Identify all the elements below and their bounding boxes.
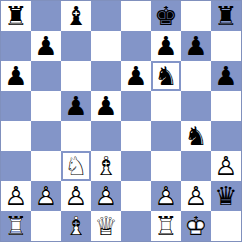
- square-a4[interactable]: [1, 121, 31, 151]
- piece-outline-glyph: ♘: [61, 151, 91, 181]
- square-b2[interactable]: ♟♙: [31, 181, 61, 211]
- piece-black-rook[interactable]: ♜: [211, 1, 241, 31]
- square-h6[interactable]: ♟: [211, 61, 241, 91]
- square-f4[interactable]: [151, 121, 181, 151]
- chess-board: ♜♝♚♜♟♟♟♟♟♞♟♟♟♞♞♘♝♗♟♙♟♙♟♙♟♙♟♙♟♙♟♙♛♜♖♝♗♛♕♜…: [0, 0, 242, 242]
- square-h7[interactable]: [211, 31, 241, 61]
- square-e4[interactable]: [121, 121, 151, 151]
- square-e2[interactable]: [121, 181, 151, 211]
- square-f3[interactable]: [151, 151, 181, 181]
- piece-black-pawn[interactable]: ♟: [91, 91, 121, 121]
- piece-white-pawn[interactable]: ♟♙: [211, 151, 241, 181]
- piece-white-pawn[interactable]: ♟♙: [31, 181, 61, 211]
- square-f8[interactable]: ♚: [151, 1, 181, 31]
- piece-black-knight[interactable]: ♞: [181, 121, 211, 151]
- piece-outline-glyph: ♙: [91, 181, 121, 211]
- square-g5[interactable]: [181, 91, 211, 121]
- square-d8[interactable]: [91, 1, 121, 31]
- piece-white-bishop[interactable]: ♝♗: [61, 211, 91, 241]
- square-d4[interactable]: [91, 121, 121, 151]
- square-f5[interactable]: [151, 91, 181, 121]
- piece-black-rook[interactable]: ♜: [1, 1, 31, 31]
- piece-white-pawn[interactable]: ♟♙: [151, 181, 181, 211]
- piece-solid-glyph: ♟: [31, 31, 61, 61]
- square-a1[interactable]: ♜♖: [1, 211, 31, 241]
- piece-black-knight[interactable]: ♞: [151, 61, 181, 91]
- square-d5[interactable]: ♟: [91, 91, 121, 121]
- piece-white-pawn[interactable]: ♟♙: [181, 181, 211, 211]
- square-a2[interactable]: ♟♙: [1, 181, 31, 211]
- piece-black-bishop[interactable]: ♝: [61, 1, 91, 31]
- piece-white-knight[interactable]: ♞♘: [61, 151, 91, 181]
- piece-black-queen[interactable]: ♛: [211, 181, 241, 211]
- piece-black-pawn[interactable]: ♟: [211, 61, 241, 91]
- piece-black-pawn[interactable]: ♟: [1, 61, 31, 91]
- square-g4[interactable]: ♞: [181, 121, 211, 151]
- square-c5[interactable]: ♟: [61, 91, 91, 121]
- piece-black-pawn[interactable]: ♟: [31, 31, 61, 61]
- square-f6[interactable]: ♞: [151, 61, 181, 91]
- square-f2[interactable]: ♟♙: [151, 181, 181, 211]
- piece-black-king[interactable]: ♚: [151, 1, 181, 31]
- piece-black-pawn[interactable]: ♟: [151, 31, 181, 61]
- piece-white-pawn[interactable]: ♟♙: [1, 181, 31, 211]
- square-f7[interactable]: ♟: [151, 31, 181, 61]
- piece-outline-glyph: ♙: [1, 181, 31, 211]
- piece-black-pawn[interactable]: ♟: [121, 61, 151, 91]
- piece-solid-glyph: ♞: [151, 61, 181, 91]
- square-e5[interactable]: [121, 91, 151, 121]
- piece-solid-glyph: ♟: [121, 61, 151, 91]
- piece-solid-glyph: ♟: [151, 31, 181, 61]
- piece-white-pawn[interactable]: ♟♙: [61, 181, 91, 211]
- chess-board-window: ♜♝♚♜♟♟♟♟♟♞♟♟♟♞♞♘♝♗♟♙♟♙♟♙♟♙♟♙♟♙♟♙♛♜♖♝♗♛♕♜…: [0, 0, 242, 242]
- square-h3[interactable]: ♟♙: [211, 151, 241, 181]
- square-e6[interactable]: ♟: [121, 61, 151, 91]
- piece-solid-glyph: ♟: [1, 61, 31, 91]
- piece-solid-glyph: ♟: [91, 91, 121, 121]
- square-c6[interactable]: [61, 61, 91, 91]
- piece-outline-glyph: ♗: [91, 151, 121, 181]
- piece-white-rook[interactable]: ♜♖: [151, 211, 181, 241]
- piece-outline-glyph: ♙: [181, 181, 211, 211]
- square-d3[interactable]: ♝♗: [91, 151, 121, 181]
- square-h5[interactable]: [211, 91, 241, 121]
- square-f1[interactable]: ♜♖: [151, 211, 181, 241]
- square-h1[interactable]: [211, 211, 241, 241]
- square-e1[interactable]: [121, 211, 151, 241]
- piece-solid-glyph: ♟: [181, 31, 211, 61]
- square-d7[interactable]: [91, 31, 121, 61]
- square-b3[interactable]: [31, 151, 61, 181]
- piece-solid-glyph: ♛: [211, 181, 241, 211]
- square-g1[interactable]: ♚♔: [181, 211, 211, 241]
- piece-outline-glyph: ♙: [211, 151, 241, 181]
- square-e8[interactable]: [121, 1, 151, 31]
- square-b4[interactable]: [31, 121, 61, 151]
- square-g7[interactable]: ♟: [181, 31, 211, 61]
- square-c7[interactable]: [61, 31, 91, 61]
- square-c8[interactable]: ♝: [61, 1, 91, 31]
- square-b8[interactable]: [31, 1, 61, 31]
- square-h2[interactable]: ♛: [211, 181, 241, 211]
- piece-solid-glyph: ♜: [1, 1, 31, 31]
- piece-outline-glyph: ♗: [61, 211, 91, 241]
- piece-white-queen[interactable]: ♛♕: [91, 211, 121, 241]
- square-c4[interactable]: [61, 121, 91, 151]
- square-e7[interactable]: [121, 31, 151, 61]
- piece-solid-glyph: ♚: [151, 1, 181, 31]
- square-a8[interactable]: ♜: [1, 1, 31, 31]
- square-b1[interactable]: [31, 211, 61, 241]
- square-c3[interactable]: ♞♘: [61, 151, 91, 181]
- piece-solid-glyph: ♟: [211, 61, 241, 91]
- square-a6[interactable]: ♟: [1, 61, 31, 91]
- square-c1[interactable]: ♝♗: [61, 211, 91, 241]
- square-a7[interactable]: [1, 31, 31, 61]
- piece-solid-glyph: ♝: [61, 1, 91, 31]
- piece-outline-glyph: ♙: [151, 181, 181, 211]
- piece-white-pawn[interactable]: ♟♙: [91, 181, 121, 211]
- square-b6[interactable]: [31, 61, 61, 91]
- piece-outline-glyph: ♙: [31, 181, 61, 211]
- piece-white-bishop[interactable]: ♝♗: [91, 151, 121, 181]
- piece-outline-glyph: ♖: [1, 211, 31, 241]
- square-a3[interactable]: [1, 151, 31, 181]
- piece-solid-glyph: ♜: [211, 1, 241, 31]
- piece-outline-glyph: ♖: [151, 211, 181, 241]
- square-g6[interactable]: [181, 61, 211, 91]
- square-g2[interactable]: ♟♙: [181, 181, 211, 211]
- piece-black-pawn[interactable]: ♟: [181, 31, 211, 61]
- piece-solid-glyph: ♞: [181, 121, 211, 151]
- square-e3[interactable]: [121, 151, 151, 181]
- piece-outline-glyph: ♔: [181, 211, 211, 241]
- square-d2[interactable]: ♟♙: [91, 181, 121, 211]
- piece-white-king[interactable]: ♚♔: [181, 211, 211, 241]
- piece-outline-glyph: ♙: [61, 181, 91, 211]
- square-c2[interactable]: ♟♙: [61, 181, 91, 211]
- square-b7[interactable]: ♟: [31, 31, 61, 61]
- square-h4[interactable]: [211, 121, 241, 151]
- piece-white-rook[interactable]: ♜♖: [1, 211, 31, 241]
- piece-outline-glyph: ♕: [91, 211, 121, 241]
- square-a5[interactable]: [1, 91, 31, 121]
- square-d1[interactable]: ♛♕: [91, 211, 121, 241]
- square-g8[interactable]: [181, 1, 211, 31]
- square-g3[interactable]: [181, 151, 211, 181]
- square-b5[interactable]: [31, 91, 61, 121]
- square-d6[interactable]: [91, 61, 121, 91]
- piece-black-pawn[interactable]: ♟: [61, 91, 91, 121]
- piece-solid-glyph: ♟: [61, 91, 91, 121]
- square-h8[interactable]: ♜: [211, 1, 241, 31]
